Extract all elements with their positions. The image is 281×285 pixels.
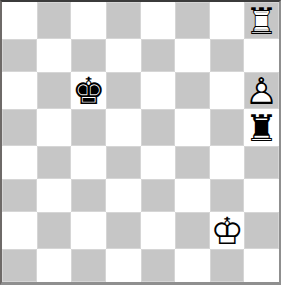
square-h4[interactable] xyxy=(244,146,279,179)
square-e6[interactable] xyxy=(141,72,176,109)
square-c2[interactable] xyxy=(71,212,106,249)
square-a7[interactable] xyxy=(2,39,37,72)
square-g8[interactable] xyxy=(210,2,245,39)
white-king-g2[interactable]: ♚♔ xyxy=(210,212,245,249)
square-e4[interactable] xyxy=(141,146,176,179)
square-c6[interactable]: ♚ xyxy=(71,72,106,109)
square-g4[interactable] xyxy=(210,146,245,179)
white-pawn-icon: ♙ xyxy=(245,73,278,110)
square-b3[interactable] xyxy=(37,179,72,212)
black-rook-h5[interactable]: ♜ xyxy=(244,109,279,146)
square-f2[interactable] xyxy=(175,212,210,249)
square-d5[interactable] xyxy=(106,109,141,146)
white-pawn-h6[interactable]: ♟♙ xyxy=(244,72,279,109)
square-g5[interactable] xyxy=(210,109,245,146)
square-g1[interactable] xyxy=(210,249,245,282)
square-a8[interactable] xyxy=(2,2,37,39)
square-h8[interactable]: ♜♖ xyxy=(244,2,279,39)
square-d3[interactable] xyxy=(106,179,141,212)
square-a3[interactable] xyxy=(2,179,37,212)
square-d1[interactable] xyxy=(106,249,141,282)
square-c7[interactable] xyxy=(71,39,106,72)
square-g7[interactable] xyxy=(210,39,245,72)
square-c1[interactable] xyxy=(71,249,106,282)
square-a2[interactable] xyxy=(2,212,37,249)
square-e5[interactable] xyxy=(141,109,176,146)
square-b4[interactable] xyxy=(37,146,72,179)
square-b1[interactable] xyxy=(37,249,72,282)
white-king-icon: ♔ xyxy=(210,213,243,250)
square-h5[interactable]: ♜ xyxy=(244,109,279,146)
square-b5[interactable] xyxy=(37,109,72,146)
black-rook-icon: ♜ xyxy=(245,110,278,147)
square-d8[interactable] xyxy=(106,2,141,39)
square-h2[interactable] xyxy=(244,212,279,249)
square-b2[interactable] xyxy=(37,212,72,249)
square-d4[interactable] xyxy=(106,146,141,179)
square-c5[interactable] xyxy=(71,109,106,146)
square-h6[interactable]: ♟♙ xyxy=(244,72,279,109)
square-g3[interactable] xyxy=(210,179,245,212)
square-f4[interactable] xyxy=(175,146,210,179)
square-e3[interactable] xyxy=(141,179,176,212)
square-a1[interactable] xyxy=(2,249,37,282)
square-h7[interactable] xyxy=(244,39,279,72)
square-c4[interactable] xyxy=(71,146,106,179)
square-c8[interactable] xyxy=(71,2,106,39)
square-g2[interactable]: ♚♔ xyxy=(210,212,245,249)
square-d6[interactable] xyxy=(106,72,141,109)
square-d7[interactable] xyxy=(106,39,141,72)
square-b6[interactable] xyxy=(37,72,72,109)
square-f1[interactable] xyxy=(175,249,210,282)
square-d2[interactable] xyxy=(106,212,141,249)
square-f7[interactable] xyxy=(175,39,210,72)
square-f5[interactable] xyxy=(175,109,210,146)
black-king-c6[interactable]: ♚ xyxy=(71,72,106,109)
square-b7[interactable] xyxy=(37,39,72,72)
square-a6[interactable] xyxy=(2,72,37,109)
square-f8[interactable] xyxy=(175,2,210,39)
square-e7[interactable] xyxy=(141,39,176,72)
chess-board: ♜♖♚♟♙♜♚♔ xyxy=(0,0,281,285)
square-c3[interactable] xyxy=(71,179,106,212)
white-rook-icon: ♖ xyxy=(245,3,278,40)
white-rook-h8[interactable]: ♜♖ xyxy=(244,2,279,39)
square-f6[interactable] xyxy=(175,72,210,109)
square-e2[interactable] xyxy=(141,212,176,249)
square-f3[interactable] xyxy=(175,179,210,212)
square-e1[interactable] xyxy=(141,249,176,282)
square-g6[interactable] xyxy=(210,72,245,109)
square-e8[interactable] xyxy=(141,2,176,39)
square-b8[interactable] xyxy=(37,2,72,39)
square-h3[interactable] xyxy=(244,179,279,212)
black-king-icon: ♚ xyxy=(72,73,105,110)
square-a5[interactable] xyxy=(2,109,37,146)
square-a4[interactable] xyxy=(2,146,37,179)
square-h1[interactable] xyxy=(244,249,279,282)
